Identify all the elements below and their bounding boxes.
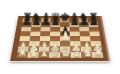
piece-black-rook-h8: ♜ [88, 12, 97, 23]
square-c6 [40, 27, 50, 32]
piece-black-knight-b8: ♞ [32, 12, 41, 23]
square-d1: ♛ [49, 52, 60, 58]
piece-white-knight-b1: ♞ [27, 45, 38, 58]
piece-black-bishop-c8: ♝ [41, 12, 50, 23]
square-f1: ♝ [71, 52, 82, 58]
piece-white-bishop-c1: ♝ [38, 45, 49, 58]
square-b6 [31, 27, 41, 32]
square-e1: ♚ [60, 52, 71, 58]
square-a6 [21, 27, 31, 32]
square-b1: ♞ [28, 52, 39, 58]
piece-white-king-e1: ♚ [60, 45, 71, 58]
piece-white-rook-a1: ♜ [17, 45, 28, 58]
chess-board: ♜♞♝♛♚♝♞♜♟♟♟♟♟♟♟♟♟♟♟♟♟♟♟♟♜♞♝♛♚♝♞♜ [17, 18, 104, 58]
piece-black-rook-a8: ♜ [22, 12, 31, 23]
board-tilt-wrapper: ♜♞♝♛♚♝♞♜♟♟♟♟♟♟♟♟♟♟♟♟♟♟♟♟♜♞♝♛♚♝♞♜ [10, 16, 110, 62]
chessboard-photo: ♜♞♝♛♚♝♞♜♟♟♟♟♟♟♟♟♟♟♟♟♟♟♟♟♜♞♝♛♚♝♞♜ [0, 0, 120, 74]
square-d6 [50, 27, 60, 32]
piece-white-bishop-f1: ♝ [71, 45, 82, 58]
piece-white-queen-d1: ♛ [49, 45, 60, 58]
square-g1: ♞ [81, 52, 92, 58]
piece-black-king-e8: ♚ [60, 12, 69, 23]
piece-black-queen-d8: ♛ [51, 12, 60, 23]
square-f6 [70, 27, 80, 32]
square-g6 [79, 27, 89, 32]
board-frame: ♜♞♝♛♚♝♞♜♟♟♟♟♟♟♟♟♟♟♟♟♟♟♟♟♜♞♝♛♚♝♞♜ [10, 16, 110, 62]
square-a1: ♜ [17, 52, 29, 58]
square-h6 [89, 27, 99, 32]
piece-white-rook-h1: ♜ [93, 45, 104, 58]
square-e6 [60, 27, 70, 32]
square-c1: ♝ [38, 52, 49, 58]
square-h1: ♜ [92, 52, 104, 58]
piece-white-knight-g1: ♞ [82, 45, 93, 58]
